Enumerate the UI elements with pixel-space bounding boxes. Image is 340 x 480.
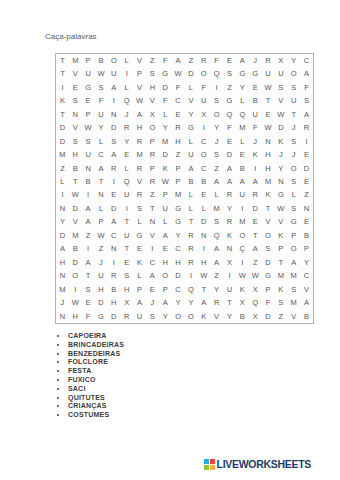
grid-cell-r15c2[interactable]: B [69,242,82,255]
grid-cell-r3c18[interactable]: S [274,81,287,94]
grid-cell-r20c3[interactable]: F [82,310,95,323]
grid-cell-r16c1[interactable]: H [56,256,69,269]
grid-cell-r2c10[interactable]: W [172,67,185,80]
grid-cell-r11c17[interactable]: K [262,188,275,201]
grid-cell-r13c11[interactable]: T [185,215,198,228]
grid-cell-r1c18[interactable]: X [274,54,287,67]
grid-cell-r14c8[interactable]: V [146,229,159,242]
grid-cell-r2c18[interactable]: U [274,67,287,80]
grid-cell-r16c17[interactable]: D [262,256,275,269]
grid-cell-r4c12[interactable]: U [197,94,210,107]
grid-cell-r6c18[interactable]: D [274,121,287,134]
grid-cell-r17c15[interactable]: W [236,269,249,282]
grid-cell-r7c8[interactable]: P [146,135,159,148]
grid-cell-r16c13[interactable]: A [210,256,223,269]
grid-cell-r8c19[interactable]: J [287,148,300,161]
grid-cell-r19c14[interactable]: T [223,296,236,309]
grid-cell-r4c4[interactable]: F [95,94,108,107]
grid-cell-r18c7[interactable]: P [133,283,146,296]
grid-cell-r17c6[interactable]: S [120,269,133,282]
grid-cell-r6c1[interactable]: D [56,121,69,134]
grid-cell-r18c5[interactable]: B [107,283,120,296]
grid-cell-r5c14[interactable]: Q [223,108,236,121]
grid-cell-r2c8[interactable]: S [146,67,159,80]
grid-cell-r20c17[interactable]: D [262,310,275,323]
grid-cell-r3c9[interactable]: D [159,81,172,94]
grid-cell-r9c12[interactable]: C [197,162,210,175]
grid-cell-r6c19[interactable]: J [287,121,300,134]
grid-cell-r9c5[interactable]: R [107,162,120,175]
grid-cell-r14c1[interactable]: D [56,229,69,242]
grid-cell-r15c1[interactable]: A [56,242,69,255]
grid-cell-r6c15[interactable]: M [236,121,249,134]
grid-cell-r14c14[interactable]: K [223,229,236,242]
grid-cell-r10c19[interactable]: S [287,175,300,188]
grid-cell-r11c12[interactable]: E [197,188,210,201]
grid-cell-r14c10[interactable]: Y [172,229,185,242]
grid-cell-r15c8[interactable]: I [146,242,159,255]
grid-cell-r14c17[interactable]: O [262,229,275,242]
grid-cell-r5c8[interactable]: X [146,108,159,121]
grid-cell-r13c7[interactable]: L [133,215,146,228]
grid-cell-r9c8[interactable]: P [146,162,159,175]
grid-cell-r2c2[interactable]: V [69,67,82,80]
grid-cell-r13c5[interactable]: A [107,215,120,228]
grid-cell-r2c17[interactable]: U [262,67,275,80]
grid-cell-r8c3[interactable]: U [82,148,95,161]
grid-cell-r5c10[interactable]: E [172,108,185,121]
grid-cell-r1c16[interactable]: J [249,54,262,67]
grid-cell-r16c15[interactable]: I [236,256,249,269]
grid-cell-r3c13[interactable]: I [210,81,223,94]
grid-cell-r7c6[interactable]: Y [120,135,133,148]
grid-cell-r4c9[interactable]: F [159,94,172,107]
grid-cell-r19c20[interactable]: A [300,296,313,309]
grid-cell-r20c1[interactable]: N [56,310,69,323]
grid-cell-r6c8[interactable]: O [146,121,159,134]
grid-cell-r11c2[interactable]: W [69,188,82,201]
grid-cell-r9c1[interactable]: Z [56,162,69,175]
grid-cell-r2c4[interactable]: W [95,67,108,80]
grid-cell-r14c5[interactable]: C [107,229,120,242]
grid-cell-r11c13[interactable]: L [210,188,223,201]
grid-cell-r6c2[interactable]: V [69,121,82,134]
grid-cell-r13c19[interactable]: G [287,215,300,228]
grid-cell-r4c10[interactable]: C [172,94,185,107]
grid-cell-r19c11[interactable]: Y [185,296,198,309]
grid-cell-r14c9[interactable]: A [159,229,172,242]
grid-cell-r6c16[interactable]: F [249,121,262,134]
grid-cell-r13c13[interactable]: S [210,215,223,228]
grid-cell-r12c1[interactable]: N [56,202,69,215]
grid-cell-r17c7[interactable]: L [133,269,146,282]
grid-cell-r10c16[interactable]: A [249,175,262,188]
grid-cell-r10c10[interactable]: P [172,175,185,188]
grid-cell-r1c20[interactable]: C [300,54,313,67]
grid-cell-r8c1[interactable]: M [56,148,69,161]
grid-cell-r4c11[interactable]: V [185,94,198,107]
grid-cell-r9c13[interactable]: Z [210,162,223,175]
grid-cell-r1c5[interactable]: O [107,54,120,67]
grid-cell-r5c15[interactable]: Q [236,108,249,121]
grid-cell-r5c18[interactable]: W [274,108,287,121]
grid-cell-r6c11[interactable]: G [185,121,198,134]
grid-cell-r11c1[interactable]: I [56,188,69,201]
grid-cell-r15c12[interactable]: I [197,242,210,255]
grid-cell-r12c11[interactable]: L [185,202,198,215]
grid-cell-r16c8[interactable]: C [146,256,159,269]
grid-cell-r12c10[interactable]: G [172,202,185,215]
grid-cell-r1c15[interactable]: A [236,54,249,67]
grid-cell-r10c6[interactable]: Q [120,175,133,188]
grid-cell-r14c7[interactable]: G [133,229,146,242]
grid-cell-r20c11[interactable]: O [185,310,198,323]
grid-cell-r16c11[interactable]: R [185,256,198,269]
grid-cell-r20c20[interactable]: B [300,310,313,323]
grid-cell-r18c6[interactable]: H [120,283,133,296]
grid-cell-r3c10[interactable]: F [172,81,185,94]
grid-cell-r6c20[interactable]: R [300,121,313,134]
grid-cell-r18c14[interactable]: U [223,283,236,296]
grid-cell-r11c9[interactable]: P [159,188,172,201]
grid-cell-r4c14[interactable]: G [223,94,236,107]
grid-cell-r2c6[interactable]: I [120,67,133,80]
grid-cell-r7c14[interactable]: E [223,135,236,148]
grid-cell-r6c5[interactable]: D [107,121,120,134]
grid-cell-r20c15[interactable]: B [236,310,249,323]
grid-cell-r7c20[interactable]: I [300,135,313,148]
grid-cell-r4c5[interactable]: I [107,94,120,107]
grid-cell-r9c18[interactable]: Y [274,162,287,175]
grid-cell-r11c19[interactable]: L [287,188,300,201]
grid-cell-r7c4[interactable]: L [95,135,108,148]
grid-cell-r7c13[interactable]: J [210,135,223,148]
grid-cell-r7c2[interactable]: S [69,135,82,148]
grid-cell-r7c1[interactable]: D [56,135,69,148]
grid-cell-r15c3[interactable]: I [82,242,95,255]
grid-cell-r3c11[interactable]: L [185,81,198,94]
grid-cell-r5c13[interactable]: O [210,108,223,121]
grid-cell-r5c1[interactable]: T [56,108,69,121]
grid-cell-r13c18[interactable]: V [274,215,287,228]
grid-cell-r15c18[interactable]: P [274,242,287,255]
grid-cell-r17c5[interactable]: R [107,269,120,282]
grid-cell-r13c1[interactable]: Y [56,215,69,228]
grid-cell-r20c12[interactable]: K [197,310,210,323]
grid-cell-r7c9[interactable]: M [159,135,172,148]
grid-cell-r11c20[interactable]: Z [300,188,313,201]
grid-cell-r1c9[interactable]: F [159,54,172,67]
grid-cell-r16c18[interactable]: T [274,256,287,269]
grid-cell-r13c16[interactable]: E [249,215,262,228]
grid-cell-r1c19[interactable]: Y [287,54,300,67]
grid-cell-r20c9[interactable]: Y [159,310,172,323]
grid-cell-r10c11[interactable]: B [185,175,198,188]
grid-cell-r2c14[interactable]: S [223,67,236,80]
grid-cell-r12c9[interactable]: U [159,202,172,215]
grid-cell-r9c6[interactable]: L [120,162,133,175]
grid-cell-r14c6[interactable]: U [120,229,133,242]
grid-cell-r8c12[interactable]: O [197,148,210,161]
grid-cell-r2c3[interactable]: U [82,67,95,80]
grid-cell-r17c12[interactable]: W [197,269,210,282]
grid-cell-r9c15[interactable]: B [236,162,249,175]
grid-cell-r3c1[interactable]: I [56,81,69,94]
grid-cell-r17c3[interactable]: T [82,269,95,282]
grid-cell-r7c17[interactable]: N [262,135,275,148]
grid-cell-r10c3[interactable]: B [82,175,95,188]
grid-cell-r14c18[interactable]: K [274,229,287,242]
grid-cell-r18c3[interactable]: S [82,283,95,296]
grid-cell-r1c2[interactable]: M [69,54,82,67]
grid-cell-r3c3[interactable]: G [82,81,95,94]
grid-cell-r15c14[interactable]: N [223,242,236,255]
grid-cell-r11c4[interactable]: N [95,188,108,201]
grid-cell-r1c17[interactable]: R [262,54,275,67]
grid-cell-r4c6[interactable]: Q [120,94,133,107]
grid-cell-r10c5[interactable]: I [107,175,120,188]
grid-cell-r15c6[interactable]: T [120,242,133,255]
grid-cell-r10c15[interactable]: A [236,175,249,188]
grid-cell-r19c2[interactable]: W [69,296,82,309]
grid-cell-r16c12[interactable]: H [197,256,210,269]
grid-cell-r11c14[interactable]: R [223,188,236,201]
grid-cell-r14c11[interactable]: R [185,229,198,242]
grid-cell-r20c13[interactable]: V [210,310,223,323]
grid-cell-r13c17[interactable]: V [262,215,275,228]
grid-cell-r10c8[interactable]: R [146,175,159,188]
grid-cell-r11c6[interactable]: U [120,188,133,201]
grid-cell-r14c16[interactable]: T [249,229,262,242]
grid-cell-r1c7[interactable]: V [133,54,146,67]
grid-cell-r1c6[interactable]: L [120,54,133,67]
grid-cell-r18c4[interactable]: H [95,283,108,296]
grid-cell-r20c10[interactable]: O [172,310,185,323]
grid-cell-r17c14[interactable]: I [223,269,236,282]
grid-cell-r15c7[interactable]: E [133,242,146,255]
grid-cell-r17c13[interactable]: Z [210,269,223,282]
grid-cell-r15c4[interactable]: Z [95,242,108,255]
grid-cell-r9c9[interactable]: K [159,162,172,175]
grid-cell-r5c9[interactable]: L [159,108,172,121]
grid-cell-r8c5[interactable]: A [107,148,120,161]
grid-cell-r16c14[interactable]: X [223,256,236,269]
grid-cell-r9c10[interactable]: P [172,162,185,175]
grid-cell-r11c7[interactable]: R [133,188,146,201]
grid-cell-r5c3[interactable]: P [82,108,95,121]
grid-cell-r20c14[interactable]: Y [223,310,236,323]
grid-cell-r13c8[interactable]: N [146,215,159,228]
grid-cell-r19c6[interactable]: X [120,296,133,309]
grid-cell-r12c13[interactable]: M [210,202,223,215]
grid-cell-r7c18[interactable]: K [274,135,287,148]
grid-cell-r18c11[interactable]: Q [185,283,198,296]
grid-cell-r14c12[interactable]: N [197,229,210,242]
grid-cell-r20c4[interactable]: G [95,310,108,323]
grid-cell-r4c2[interactable]: S [69,94,82,107]
grid-cell-r8c14[interactable]: D [223,148,236,161]
grid-cell-r18c19[interactable]: S [287,283,300,296]
grid-cell-r19c15[interactable]: X [236,296,249,309]
grid-cell-r10c1[interactable]: L [56,175,69,188]
grid-cell-r1c10[interactable]: A [172,54,185,67]
grid-cell-r12c15[interactable]: I [236,202,249,215]
grid-cell-r11c5[interactable]: E [107,188,120,201]
grid-cell-r18c18[interactable]: K [274,283,287,296]
grid-cell-r3c6[interactable]: L [120,81,133,94]
grid-cell-r18c16[interactable]: X [249,283,262,296]
grid-cell-r16c7[interactable]: K [133,256,146,269]
grid-cell-r16c3[interactable]: A [82,256,95,269]
grid-cell-r16c5[interactable]: I [107,256,120,269]
grid-cell-r20c5[interactable]: D [107,310,120,323]
grid-cell-r3c7[interactable]: V [133,81,146,94]
grid-cell-r1c8[interactable]: Z [146,54,159,67]
grid-cell-r5c11[interactable]: Y [185,108,198,121]
grid-cell-r6c7[interactable]: H [133,121,146,134]
grid-cell-r17c11[interactable]: I [185,269,198,282]
grid-cell-r18c10[interactable]: C [172,283,185,296]
grid-cell-r4c15[interactable]: L [236,94,249,107]
grid-cell-r18c2[interactable]: I [69,283,82,296]
grid-cell-r8c13[interactable]: S [210,148,223,161]
grid-cell-r10c17[interactable]: M [262,175,275,188]
grid-cell-r19c1[interactable]: J [56,296,69,309]
grid-cell-r17c20[interactable]: C [300,269,313,282]
grid-cell-r4c3[interactable]: E [82,94,95,107]
grid-cell-r8c11[interactable]: U [185,148,198,161]
grid-cell-r10c14[interactable]: A [223,175,236,188]
grid-cell-r1c12[interactable]: R [197,54,210,67]
grid-cell-r16c16[interactable]: Z [249,256,262,269]
grid-cell-r12c6[interactable]: I [120,202,133,215]
grid-cell-r19c16[interactable]: Q [249,296,262,309]
grid-cell-r4c16[interactable]: B [249,94,262,107]
grid-cell-r11c3[interactable]: I [82,188,95,201]
grid-cell-r2c20[interactable]: A [300,67,313,80]
grid-cell-r3c16[interactable]: E [249,81,262,94]
grid-cell-r12c7[interactable]: S [133,202,146,215]
grid-cell-r2c13[interactable]: Q [210,67,223,80]
grid-cell-r9c2[interactable]: B [69,162,82,175]
grid-cell-r11c16[interactable]: R [249,188,262,201]
grid-cell-r7c7[interactable]: R [133,135,146,148]
grid-cell-r11c8[interactable]: Z [146,188,159,201]
grid-cell-r16c10[interactable]: H [172,256,185,269]
grid-cell-r14c19[interactable]: P [287,229,300,242]
grid-cell-r9c11[interactable]: A [185,162,198,175]
grid-cell-r17c17[interactable]: G [262,269,275,282]
grid-cell-r17c1[interactable]: N [56,269,69,282]
grid-cell-r15c16[interactable]: A [249,242,262,255]
grid-cell-r17c10[interactable]: D [172,269,185,282]
grid-cell-r19c4[interactable]: D [95,296,108,309]
grid-cell-r3c2[interactable]: E [69,81,82,94]
grid-cell-r8c15[interactable]: E [236,148,249,161]
grid-cell-r12c3[interactable]: A [82,202,95,215]
grid-cell-r16c20[interactable]: Y [300,256,313,269]
grid-cell-r15c15[interactable]: Ç [236,242,249,255]
grid-cell-r4c1[interactable]: K [56,94,69,107]
grid-cell-r2c19[interactable]: O [287,67,300,80]
grid-cell-r18c17[interactable]: P [262,283,275,296]
grid-cell-r6c9[interactable]: Y [159,121,172,134]
grid-cell-r3c12[interactable]: F [197,81,210,94]
grid-cell-r13c10[interactable]: G [172,215,185,228]
grid-cell-r3c17[interactable]: W [262,81,275,94]
grid-cell-r2c7[interactable]: P [133,67,146,80]
grid-cell-r8c18[interactable]: J [274,148,287,161]
grid-cell-r4c20[interactable]: S [300,94,313,107]
grid-cell-r6c12[interactable]: I [197,121,210,134]
grid-cell-r12c14[interactable]: Y [223,202,236,215]
grid-cell-r13c2[interactable]: V [69,215,82,228]
grid-cell-r8c17[interactable]: H [262,148,275,161]
grid-cell-r19c3[interactable]: E [82,296,95,309]
grid-cell-r1c14[interactable]: E [223,54,236,67]
grid-cell-r3c5[interactable]: A [107,81,120,94]
grid-cell-r5c2[interactable]: N [69,108,82,121]
grid-cell-r19c9[interactable]: A [159,296,172,309]
grid-cell-r13c6[interactable]: T [120,215,133,228]
grid-cell-r7c12[interactable]: C [197,135,210,148]
grid-cell-r8c4[interactable]: C [95,148,108,161]
grid-cell-r6c14[interactable]: F [223,121,236,134]
grid-cell-r5c19[interactable]: T [287,108,300,121]
grid-cell-r20c8[interactable]: S [146,310,159,323]
grid-cell-r10c13[interactable]: A [210,175,223,188]
grid-cell-r3c19[interactable]: S [287,81,300,94]
grid-cell-r19c12[interactable]: A [197,296,210,309]
grid-cell-r14c3[interactable]: Z [82,229,95,242]
grid-cell-r19c8[interactable]: J [146,296,159,309]
grid-cell-r17c18[interactable]: M [274,269,287,282]
grid-cell-r8c6[interactable]: E [120,148,133,161]
grid-cell-r17c9[interactable]: O [159,269,172,282]
grid-cell-r12c8[interactable]: T [146,202,159,215]
grid-cell-r16c9[interactable]: H [159,256,172,269]
grid-cell-r19c13[interactable]: R [210,296,223,309]
grid-cell-r5c7[interactable]: A [133,108,146,121]
grid-cell-r18c8[interactable]: E [146,283,159,296]
grid-cell-r12c18[interactable]: W [274,202,287,215]
grid-cell-r5c6[interactable]: J [120,108,133,121]
grid-cell-r15c10[interactable]: C [172,242,185,255]
grid-cell-r2c9[interactable]: G [159,67,172,80]
grid-cell-r5c16[interactable]: U [249,108,262,121]
grid-cell-r4c19[interactable]: U [287,94,300,107]
grid-cell-r10c2[interactable]: T [69,175,82,188]
grid-cell-r9c19[interactable]: O [287,162,300,175]
grid-cell-r5c4[interactable]: U [95,108,108,121]
grid-cell-r6c10[interactable]: R [172,121,185,134]
grid-cell-r14c15[interactable]: O [236,229,249,242]
grid-cell-r11c11[interactable]: L [185,188,198,201]
grid-cell-r17c4[interactable]: U [95,269,108,282]
grid-cell-r14c4[interactable]: W [95,229,108,242]
grid-cell-r18c15[interactable]: K [236,283,249,296]
grid-cell-r16c4[interactable]: J [95,256,108,269]
grid-cell-r18c20[interactable]: V [300,283,313,296]
grid-cell-r1c3[interactable]: P [82,54,95,67]
grid-cell-r8c7[interactable]: M [133,148,146,161]
grid-cell-r15c11[interactable]: R [185,242,198,255]
grid-cell-r3c15[interactable]: Y [236,81,249,94]
grid-cell-r10c20[interactable]: E [300,175,313,188]
grid-cell-r13c15[interactable]: M [236,215,249,228]
grid-cell-r8c20[interactable]: E [300,148,313,161]
grid-cell-r10c12[interactable]: B [197,175,210,188]
